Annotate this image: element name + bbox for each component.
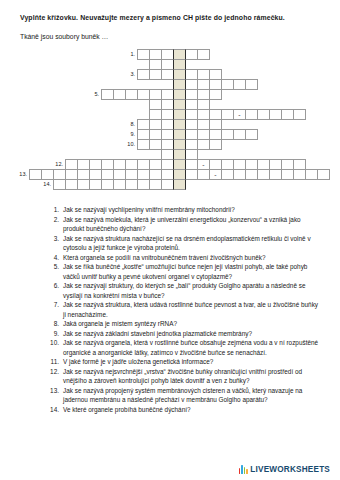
clue-item: 14.Ve které organele probíhá buněčné dýc… (48, 405, 328, 415)
crossword-cell[interactable] (209, 89, 222, 100)
clue-number: 3. (48, 234, 59, 244)
row-number-label: 8. (120, 121, 135, 128)
clue-text: Jak se nazývají struktury, do kterých se… (63, 281, 321, 300)
clue-text: Jak se říká buněčné „kostře“ umožňující … (63, 262, 321, 281)
clue-number: 5. (48, 262, 59, 272)
prompt-text: Tkáně jsou soubory buněk … (20, 33, 320, 40)
footer-logo: LIVEWORKSHEETS (238, 464, 330, 474)
clue-item: 7.Jak se nazývá struktura, která udává r… (48, 300, 328, 319)
clue-text: Jak se nazývá organela, která v rostlinn… (63, 338, 321, 357)
clue-item: 3.Jak se nazývá struktura nacházející se… (48, 234, 328, 253)
row-number-label: 13. (12, 171, 27, 178)
row-number-label: 5. (84, 91, 99, 98)
clue-item: 5.Jak se říká buněčné „kostře“ umožňujíc… (48, 262, 328, 281)
clue-item: 9.Jak se nazývá základní stavební jednot… (48, 329, 328, 339)
clue-number: 4. (48, 253, 59, 263)
clue-text: Která organela se podílí na vnitrobuněčn… (63, 253, 321, 263)
crossword-cell[interactable] (209, 139, 222, 150)
clue-item: 2.Jak se nazývá molekula, která je unive… (48, 215, 328, 234)
logo-bar-green (244, 467, 246, 474)
crossword-cell[interactable] (197, 49, 210, 60)
clue-item: 8.Jaká organela je místem syntézy rRNA? (48, 319, 328, 329)
clue-text: Jak se nazývá struktura nacházející se n… (63, 234, 321, 253)
clue-number: 8. (48, 319, 59, 329)
clue-text: Jak se nazývá základní stavební jednotka… (63, 329, 321, 339)
clue-item: 13.Jak se nazývá propojený systém membrá… (48, 386, 328, 405)
clue-item: 10.Jak se nazývá organela, která v rostl… (48, 338, 328, 357)
row-number-label: 14. (36, 181, 51, 188)
crossword-cell[interactable] (317, 169, 330, 180)
row-number-label: 1. (120, 51, 135, 58)
row-number-label: 3. (120, 71, 135, 78)
clue-item: 4.Která organela se podílí na vnitrobuně… (48, 253, 328, 263)
row-number-label: 9. (120, 131, 135, 138)
liveworksheets-logo-icon (238, 464, 248, 474)
clue-item: 11.V jaké formě je v jádře uložena genet… (48, 357, 328, 367)
worksheet-page: { "game": "crossword", "header": { "inst… (0, 0, 340, 480)
crossword-cell[interactable] (293, 109, 306, 120)
logo-bar-red (239, 468, 241, 474)
crossword-cell[interactable] (245, 129, 258, 140)
clue-text: Jak se nazývá struktura, která udává ros… (63, 300, 321, 319)
crossword-cell-highlighted[interactable] (173, 179, 186, 190)
clue-item: 12.Jak se nazývá nejsvrchnější „vrstva“ … (48, 367, 328, 386)
clue-number: 1. (48, 205, 59, 215)
logo-bar-blue (241, 465, 243, 474)
clue-text: Jak se nazývá nejsvrchnější „vrstva“ živ… (63, 367, 321, 386)
clue-text: V jaké formě je v jádře uložena genetick… (63, 357, 321, 367)
crossword-cell[interactable] (245, 79, 258, 90)
clue-text: Jak se nazývají vychlípeniny vnitřní mem… (63, 205, 321, 215)
clue-text: Jak se nazývá molekula, která je univerz… (63, 215, 321, 234)
clue-number: 10. (48, 338, 59, 348)
instruction-text: Vyplňte křížovku. Neuvažujte mezery a pí… (20, 14, 332, 21)
clue-number: 12. (48, 367, 59, 377)
clue-number: 7. (48, 300, 59, 310)
row-number-label: 12. (48, 161, 63, 168)
clue-number: 14. (48, 405, 59, 415)
row-number-label: 10. (120, 141, 135, 148)
logo-bar-yellow (246, 469, 248, 474)
clue-item: 1.Jak se nazývají vychlípeniny vnitřní m… (48, 205, 328, 215)
clue-item: 6.Jak se nazývají struktury, do kterých … (48, 281, 328, 300)
brand-text: LIVEWORKSHEETS (250, 465, 330, 474)
clue-text: Jaká organela je místem syntézy rRNA? (63, 319, 321, 329)
crossword-grid: 1.3.5.-8.9.10.12.-13.-14. (0, 49, 340, 191)
clue-number: 11. (48, 357, 59, 367)
clue-number: 13. (48, 386, 59, 396)
clue-number: 2. (48, 215, 59, 225)
clue-number: 9. (48, 329, 59, 339)
clue-number: 6. (48, 281, 59, 291)
clue-list: 1.Jak se nazývají vychlípeniny vnitřní m… (48, 205, 328, 414)
clue-text: Ve které organele probíhá buněčné dýchán… (63, 405, 321, 415)
clue-text: Jak se nazývá propojený systém membránov… (63, 386, 321, 405)
